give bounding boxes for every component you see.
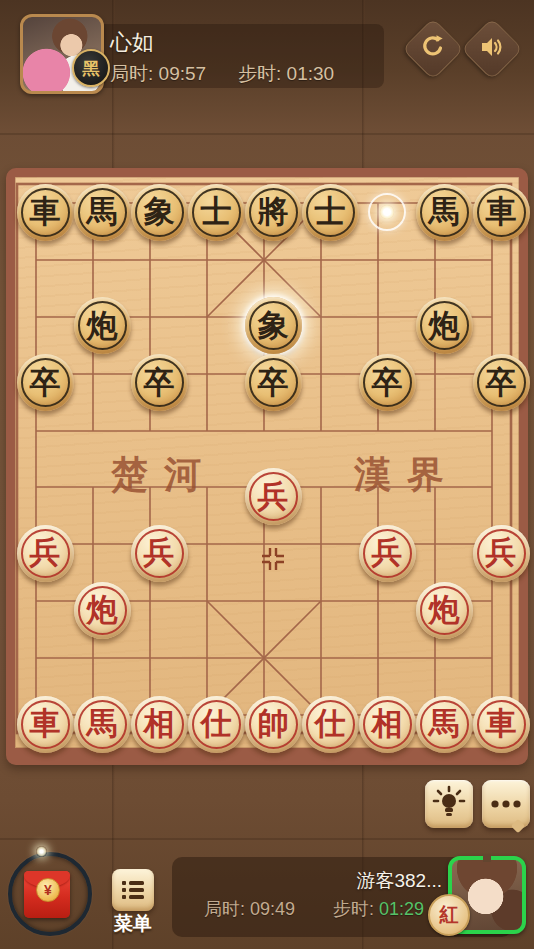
piece-black-馬[interactable]: 馬 [416, 184, 473, 241]
piece-red-兵[interactable]: 兵 [359, 525, 416, 582]
piece-red-車[interactable]: 車 [17, 696, 74, 753]
piece-red-兵[interactable]: 兵 [17, 525, 74, 582]
menu-label: 菜单 [104, 911, 162, 937]
piece-black-士[interactable]: 士 [302, 184, 359, 241]
piece-black-卒[interactable]: 卒 [473, 354, 530, 411]
piece-red-炮[interactable]: 炮 [74, 582, 131, 639]
player-name: 游客382... [290, 868, 442, 894]
game-time-label: 局时: [204, 899, 245, 919]
red-side-badge: 紅 [428, 894, 470, 936]
piece-black-炮[interactable]: 炮 [416, 297, 473, 354]
piece-black-卒[interactable]: 卒 [245, 354, 302, 411]
list-icon [120, 877, 146, 903]
chat-button[interactable] [482, 780, 530, 828]
player-move-time: 步时: 01:29 [333, 897, 424, 921]
player-game-time: 局时: 09:49 [204, 897, 295, 921]
refresh-icon [419, 33, 447, 65]
black-side-badge: 黑 [72, 49, 110, 87]
piece-red-仕[interactable]: 仕 [188, 696, 245, 753]
piece-red-兵[interactable]: 兵 [245, 468, 302, 525]
last-move-from-marker [368, 193, 406, 231]
sparkle-icon [36, 846, 47, 857]
opponent-game-time: 局时: 09:57 [110, 61, 206, 87]
bottom-hud: ¥ 菜单 游客382... 局时: 09:49 步时: 01:29 紅 [0, 840, 534, 949]
move-time-value: 01:29 [379, 899, 424, 919]
piece-black-卒[interactable]: 卒 [359, 354, 416, 411]
piece-black-士[interactable]: 士 [188, 184, 245, 241]
opponent-move-time: 步时: 01:30 [238, 61, 334, 87]
piece-black-卒[interactable]: 卒 [17, 354, 74, 411]
piece-red-仕[interactable]: 仕 [302, 696, 359, 753]
red-envelope-icon[interactable]: ¥ [24, 871, 70, 918]
game-time-value: 09:57 [159, 63, 207, 84]
speaker-icon [479, 34, 505, 64]
piece-black-象[interactable]: 象 [131, 184, 188, 241]
restart-button[interactable] [402, 18, 464, 80]
timer-notch [483, 854, 491, 862]
sound-button[interactable] [461, 18, 523, 80]
cross-marker [259, 545, 287, 577]
piece-red-馬[interactable]: 馬 [74, 696, 131, 753]
wood-seam [0, 133, 534, 135]
piece-black-車[interactable]: 車 [473, 184, 530, 241]
piece-black-將[interactable]: 將 [245, 184, 302, 241]
piece-black-馬[interactable]: 馬 [74, 184, 131, 241]
piece-black-卒[interactable]: 卒 [131, 354, 188, 411]
piece-red-炮[interactable]: 炮 [416, 582, 473, 639]
piece-red-馬[interactable]: 馬 [416, 696, 473, 753]
xiangqi-board[interactable]: 楚河 漢界 車馬象士將士馬車炮象炮卒卒卒卒卒兵兵兵兵兵炮炮車馬相仕帥仕相馬車 [6, 168, 528, 765]
chat-dots-icon [482, 780, 530, 828]
hint-button[interactable] [425, 780, 473, 828]
game-time-value: 09:49 [250, 899, 295, 919]
piece-black-炮[interactable]: 炮 [74, 297, 131, 354]
piece-red-相[interactable]: 相 [131, 696, 188, 753]
opponent-name: 心如 [110, 28, 154, 58]
piece-red-兵[interactable]: 兵 [131, 525, 188, 582]
move-time-value: 01:30 [287, 63, 335, 84]
lightbulb-icon [425, 780, 473, 828]
river-label-right: 漢界 [354, 450, 460, 500]
move-time-label: 步时: [238, 63, 281, 84]
piece-red-帥[interactable]: 帥 [245, 696, 302, 753]
piece-red-兵[interactable]: 兵 [473, 525, 530, 582]
yuan-icon: ¥ [36, 878, 60, 902]
move-time-label: 步时: [333, 899, 374, 919]
piece-red-相[interactable]: 相 [359, 696, 416, 753]
piece-black-象[interactable]: 象 [245, 297, 302, 354]
top-hud: 黑 心如 局时: 09:57 步时: 01:30 [0, 0, 534, 110]
piece-black-車[interactable]: 車 [17, 184, 74, 241]
river-label-left: 楚河 [111, 450, 217, 500]
xiangqi-app-screen: 黑 心如 局时: 09:57 步时: 01:30 [0, 0, 534, 949]
game-time-label: 局时: [110, 63, 153, 84]
menu-button[interactable] [112, 869, 154, 911]
piece-red-車[interactable]: 車 [473, 696, 530, 753]
